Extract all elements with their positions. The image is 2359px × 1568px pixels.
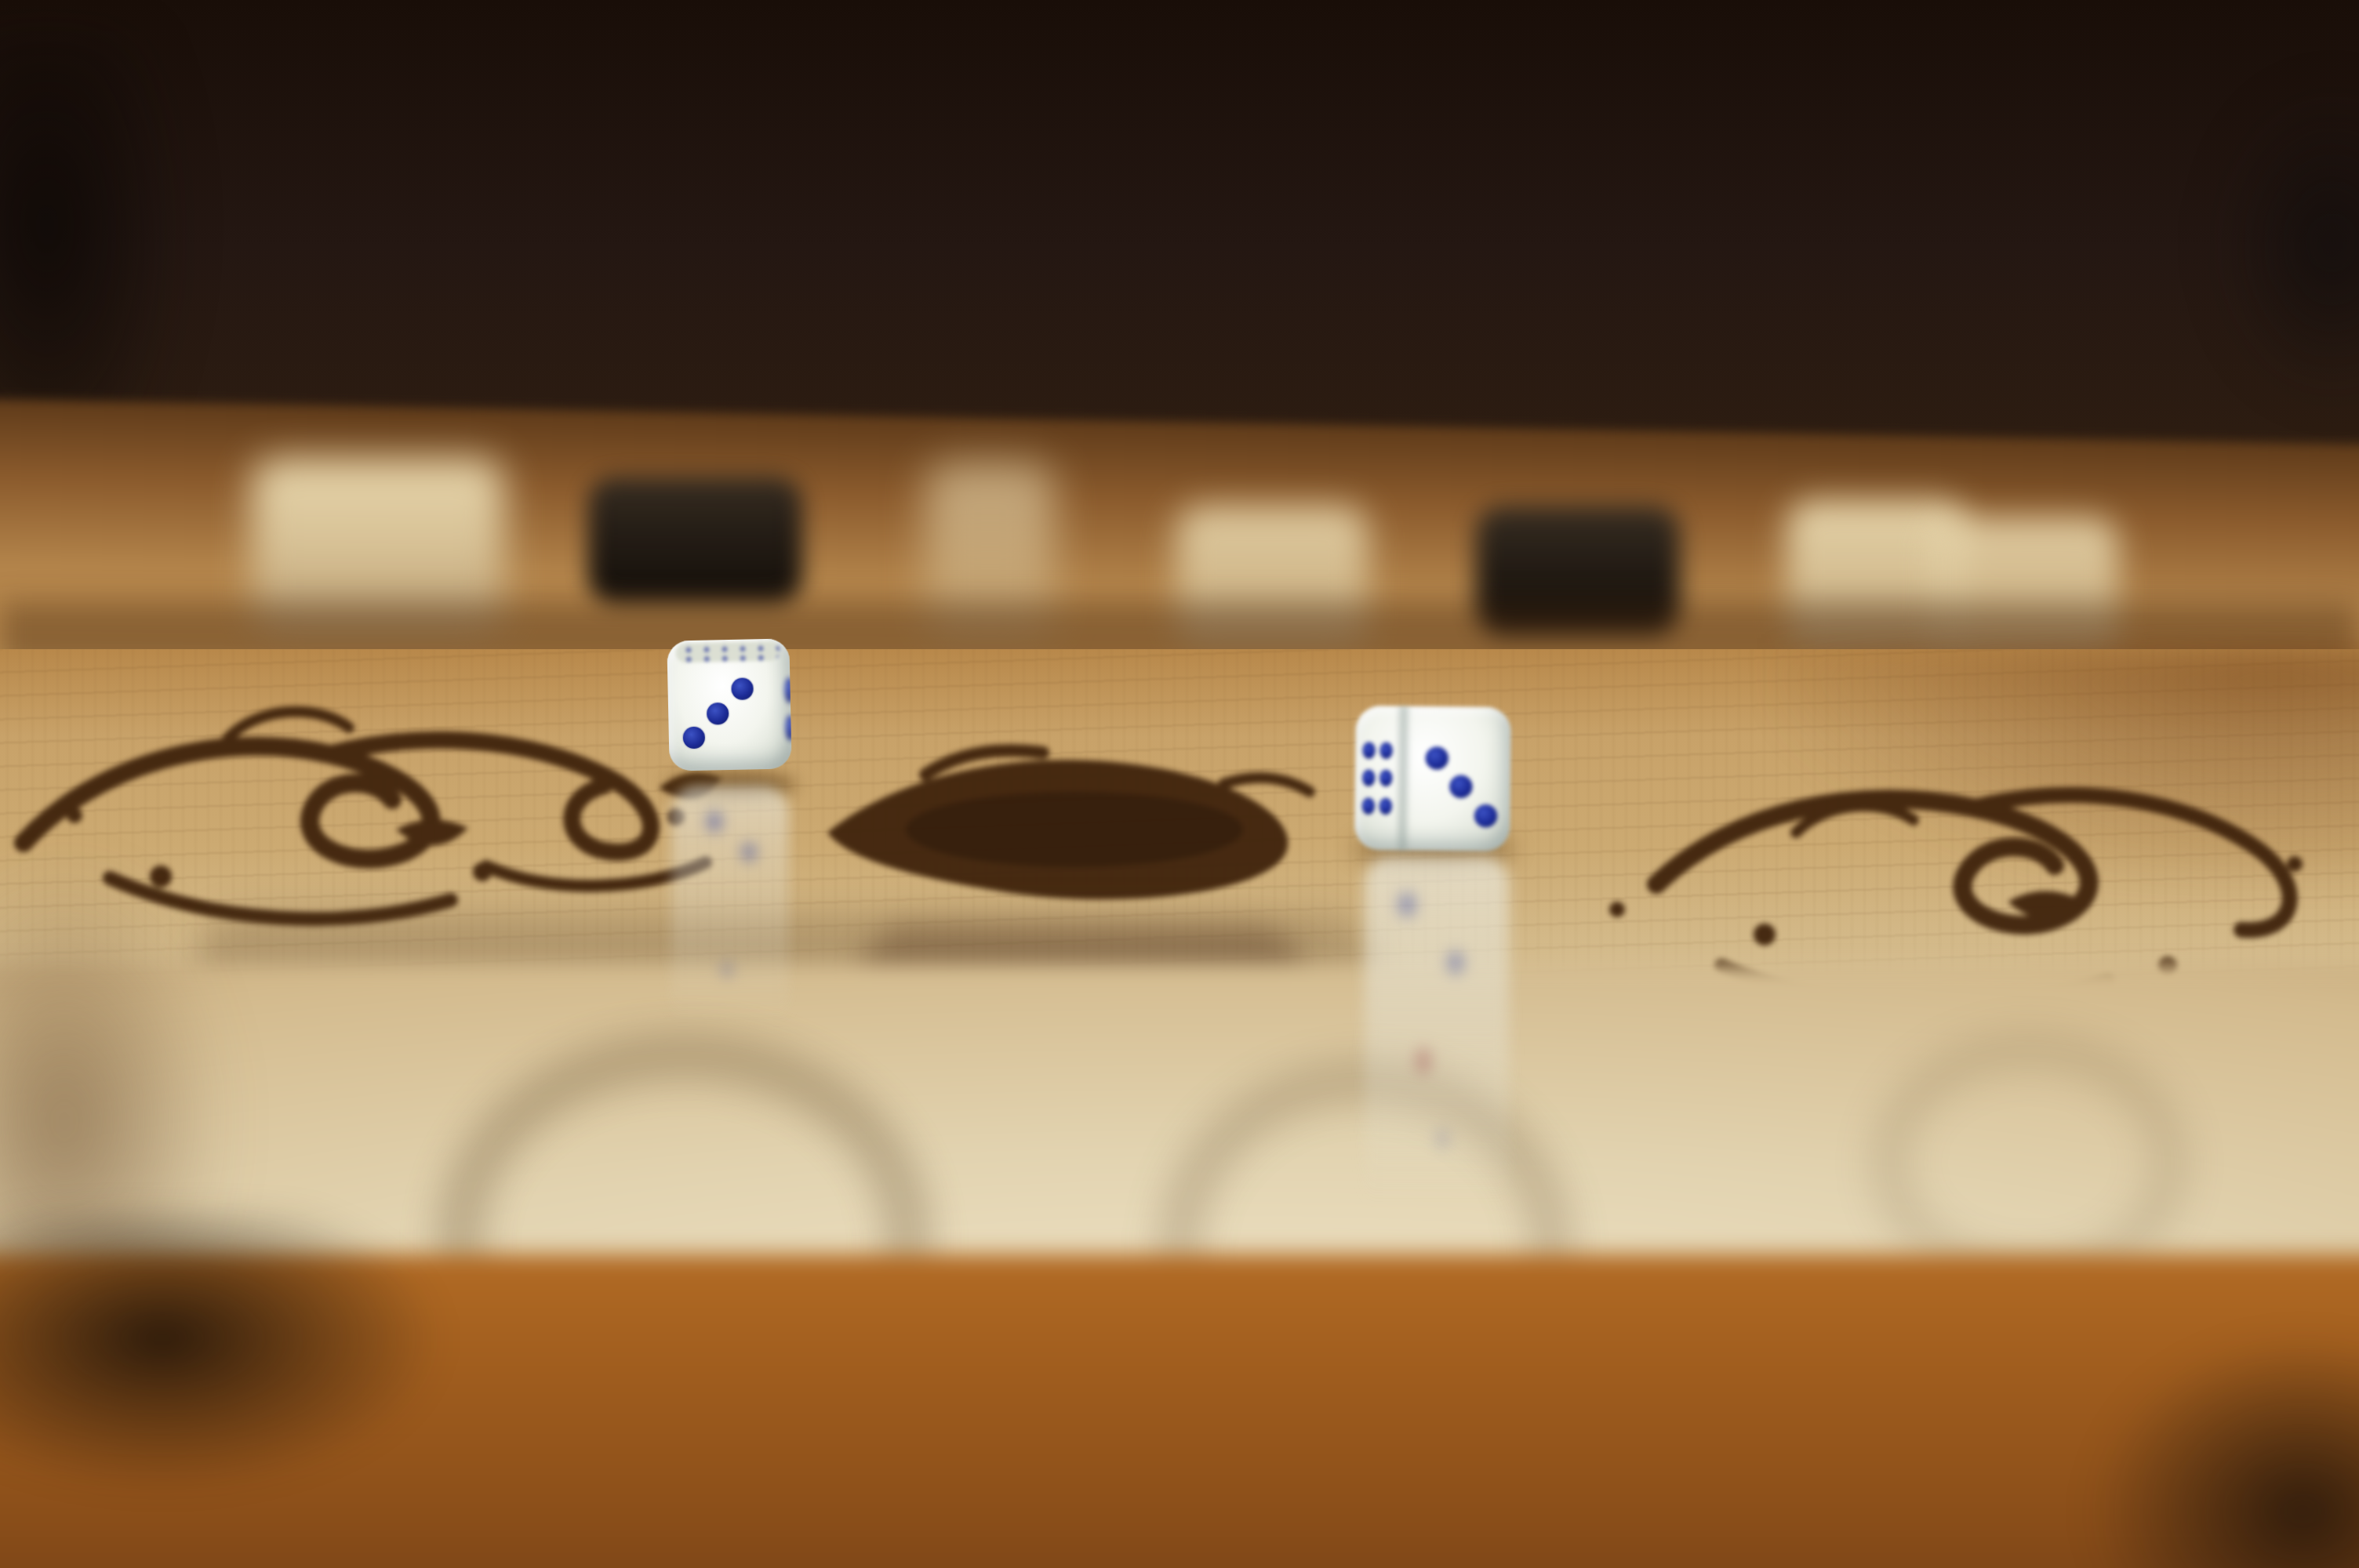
die-pip (1379, 798, 1392, 815)
reflected-pip (1399, 893, 1415, 916)
die-left-right-face (771, 659, 791, 764)
board-right-warm-shade (1772, 649, 2359, 884)
reflected-pip (1416, 1047, 1430, 1074)
die-pip (1474, 804, 1496, 827)
die-pip (683, 727, 706, 750)
die-right-six-face (1356, 717, 1404, 845)
die-pip (1426, 747, 1448, 770)
die-pip (1449, 775, 1472, 798)
die-pip (785, 715, 791, 740)
die-pip (1363, 770, 1376, 786)
left-die-reflection (671, 786, 789, 1044)
die-right-front-face (1398, 712, 1511, 848)
backgammon-photo-scene (0, 0, 2359, 1568)
reflected-pip (1437, 1129, 1448, 1149)
medallion-shadow (1874, 1035, 2185, 1290)
checker-dark (588, 477, 802, 604)
die-left-front-face (670, 659, 775, 768)
reflected-pip (742, 843, 756, 862)
reflected-pip (707, 811, 722, 832)
reflected-pip (721, 961, 733, 978)
die-pip (1379, 770, 1392, 786)
die-pip (1380, 742, 1393, 759)
reflected-pip (1448, 952, 1463, 974)
bottom-left-shadow (0, 1211, 447, 1494)
die-pip (707, 702, 729, 725)
die-left (667, 638, 791, 771)
die-pip (1362, 798, 1375, 815)
bottom-right-shadow (2086, 1333, 2359, 1568)
die-right (1354, 706, 1511, 851)
right-die-reflection (1365, 856, 1509, 1225)
die-pip (1363, 742, 1376, 758)
die-pip (731, 678, 754, 701)
